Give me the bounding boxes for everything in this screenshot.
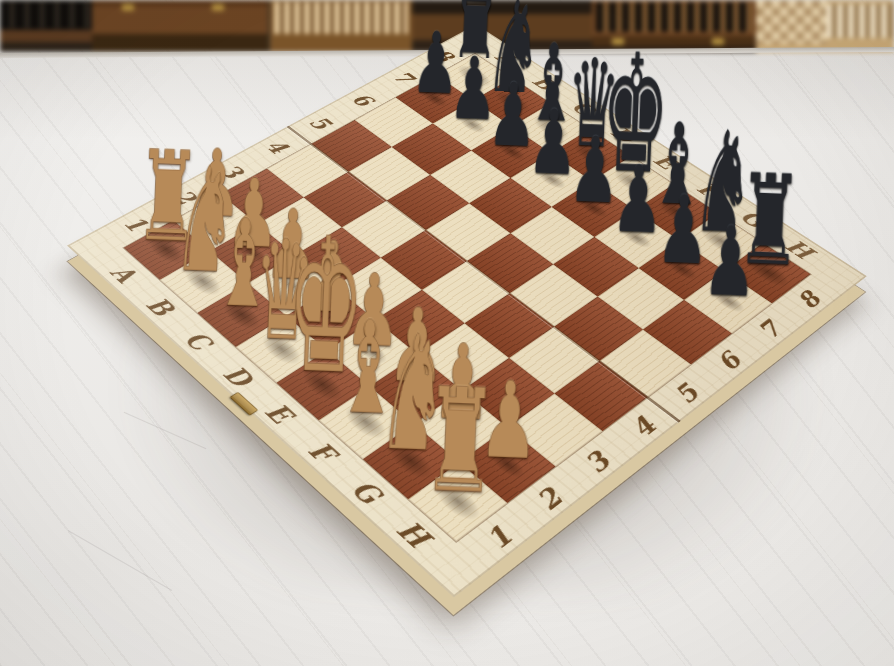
chess-set-product-photo: { "game": "chess", "position": { "fen": … [0,0,894,666]
scene: AA88BB77CC66DD55EE44FF33GG22HH11 ♜♞♝♛♚♝♞… [0,0,894,666]
black-pawn-glyph: ♟ [702,215,759,308]
chess-board: AA88BB77CC66DD55EE44FF33GG22HH11 ♜♞♝♛♚♝♞… [67,24,867,597]
white-rook-glyph: ♜ [420,372,499,510]
